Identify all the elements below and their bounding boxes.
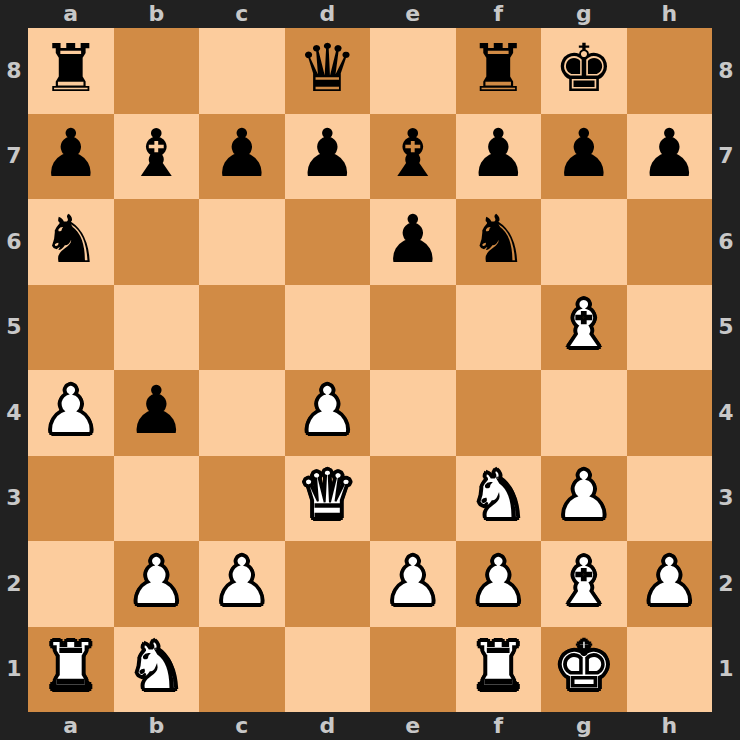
piece-black-pawn[interactable]: ♟ [127, 378, 186, 444]
square-h2[interactable]: ♟ [627, 541, 713, 627]
file-label-f: f [456, 0, 542, 28]
piece-white-knight[interactable]: ♞ [469, 463, 528, 529]
square-g3[interactable]: ♟ [541, 456, 627, 542]
file-label-e: e [370, 712, 456, 740]
square-e5[interactable] [370, 285, 456, 371]
rank-label-5: 5 [712, 285, 740, 371]
square-a3[interactable] [28, 456, 114, 542]
square-f6[interactable]: ♞ [456, 199, 542, 285]
piece-black-rook[interactable]: ♜ [469, 36, 528, 102]
square-a6[interactable]: ♞ [28, 199, 114, 285]
file-label-b: b [114, 0, 200, 28]
piece-white-pawn[interactable]: ♟ [640, 549, 699, 615]
file-label-a: a [28, 0, 114, 28]
piece-black-pawn[interactable]: ♟ [41, 121, 100, 187]
square-d2[interactable] [285, 541, 371, 627]
square-b7[interactable]: ♝ [114, 114, 200, 200]
square-d8[interactable]: ♛ [285, 28, 371, 114]
square-f4[interactable] [456, 370, 542, 456]
file-label-a: a [28, 712, 114, 740]
piece-black-pawn[interactable]: ♟ [469, 121, 528, 187]
piece-black-queen[interactable]: ♛ [298, 36, 357, 102]
square-c5[interactable] [199, 285, 285, 371]
chess-board[interactable]: ♜♛♜♚♟♝♟♟♝♟♟♟♞♟♞♝♟♟♟♛♞♟♟♟♟♟♝♟♜♞♜♚ [28, 28, 712, 712]
piece-white-pawn[interactable]: ♟ [554, 463, 613, 529]
rank-label-1: 1 [712, 627, 740, 713]
square-d5[interactable] [285, 285, 371, 371]
piece-black-pawn[interactable]: ♟ [298, 121, 357, 187]
file-label-c: c [199, 712, 285, 740]
file-label-d: d [285, 712, 371, 740]
square-a7[interactable]: ♟ [28, 114, 114, 200]
rank-label-5: 5 [0, 285, 28, 371]
square-a5[interactable] [28, 285, 114, 371]
square-g6[interactable] [541, 199, 627, 285]
square-a2[interactable] [28, 541, 114, 627]
rank-label-3: 3 [712, 456, 740, 542]
square-e3[interactable] [370, 456, 456, 542]
square-a1[interactable]: ♜ [28, 627, 114, 713]
square-d6[interactable] [285, 199, 371, 285]
square-f7[interactable]: ♟ [456, 114, 542, 200]
square-f8[interactable]: ♜ [456, 28, 542, 114]
rank-label-1: 1 [0, 627, 28, 713]
rank-label-8: 8 [712, 28, 740, 114]
square-e4[interactable] [370, 370, 456, 456]
square-h6[interactable] [627, 199, 713, 285]
piece-black-rook[interactable]: ♜ [41, 36, 100, 102]
square-g7[interactable]: ♟ [541, 114, 627, 200]
piece-black-pawn[interactable]: ♟ [383, 207, 442, 273]
square-h7[interactable]: ♟ [627, 114, 713, 200]
rank-label-7: 7 [0, 114, 28, 200]
file-label-d: d [285, 0, 371, 28]
rank-label-7: 7 [712, 114, 740, 200]
piece-black-bishop[interactable]: ♝ [383, 121, 442, 187]
square-b4[interactable]: ♟ [114, 370, 200, 456]
square-h3[interactable] [627, 456, 713, 542]
rank-label-4: 4 [0, 370, 28, 456]
square-g1[interactable]: ♚ [541, 627, 627, 713]
square-b1[interactable]: ♞ [114, 627, 200, 713]
square-h5[interactable] [627, 285, 713, 371]
square-c6[interactable] [199, 199, 285, 285]
piece-black-bishop[interactable]: ♝ [127, 121, 186, 187]
square-e7[interactable]: ♝ [370, 114, 456, 200]
piece-black-pawn[interactable]: ♟ [212, 121, 271, 187]
square-c2[interactable]: ♟ [199, 541, 285, 627]
square-c1[interactable] [199, 627, 285, 713]
square-f1[interactable]: ♜ [456, 627, 542, 713]
square-c4[interactable] [199, 370, 285, 456]
square-b8[interactable] [114, 28, 200, 114]
rank-label-2: 2 [0, 541, 28, 627]
piece-white-rook[interactable]: ♜ [41, 634, 100, 700]
rank-labels-right: 87654321 [712, 28, 740, 712]
square-h4[interactable] [627, 370, 713, 456]
square-d4[interactable]: ♟ [285, 370, 371, 456]
square-e1[interactable] [370, 627, 456, 713]
square-b6[interactable] [114, 199, 200, 285]
square-g2[interactable]: ♝ [541, 541, 627, 627]
square-b5[interactable] [114, 285, 200, 371]
rank-label-3: 3 [0, 456, 28, 542]
rank-label-8: 8 [0, 28, 28, 114]
file-label-f: f [456, 712, 542, 740]
file-label-h: h [627, 712, 713, 740]
square-f2[interactable]: ♟ [456, 541, 542, 627]
rank-label-2: 2 [712, 541, 740, 627]
piece-black-knight[interactable]: ♞ [41, 207, 100, 273]
piece-white-pawn[interactable]: ♟ [127, 549, 186, 615]
square-b2[interactable]: ♟ [114, 541, 200, 627]
square-e2[interactable]: ♟ [370, 541, 456, 627]
square-f3[interactable]: ♞ [456, 456, 542, 542]
square-c7[interactable]: ♟ [199, 114, 285, 200]
piece-black-pawn[interactable]: ♟ [640, 121, 699, 187]
square-d3[interactable]: ♛ [285, 456, 371, 542]
square-b3[interactable] [114, 456, 200, 542]
file-labels-top: abcdefgh [28, 0, 712, 28]
piece-white-pawn[interactable]: ♟ [298, 378, 357, 444]
square-e8[interactable] [370, 28, 456, 114]
square-e6[interactable]: ♟ [370, 199, 456, 285]
piece-white-knight[interactable]: ♞ [127, 634, 186, 700]
file-label-h: h [627, 0, 713, 28]
square-f5[interactable] [456, 285, 542, 371]
square-h1[interactable] [627, 627, 713, 713]
file-label-g: g [541, 0, 627, 28]
square-g8[interactable]: ♚ [541, 28, 627, 114]
piece-white-pawn[interactable]: ♟ [469, 549, 528, 615]
piece-black-king[interactable]: ♚ [554, 36, 613, 102]
chess-diagram: abcdefgh 87654321 ♜♛♜♚♟♝♟♟♝♟♟♟♞♟♞♝♟♟♟♛♞♟… [0, 0, 740, 740]
square-a8[interactable]: ♜ [28, 28, 114, 114]
piece-white-rook[interactable]: ♜ [469, 634, 528, 700]
square-h8[interactable] [627, 28, 713, 114]
piece-white-queen[interactable]: ♛ [298, 463, 357, 529]
piece-white-pawn[interactable]: ♟ [41, 378, 100, 444]
square-a4[interactable]: ♟ [28, 370, 114, 456]
piece-black-pawn[interactable]: ♟ [554, 121, 613, 187]
square-g4[interactable] [541, 370, 627, 456]
rank-label-4: 4 [712, 370, 740, 456]
file-labels-bottom: abcdefgh [28, 712, 712, 740]
rank-label-6: 6 [712, 199, 740, 285]
piece-white-pawn[interactable]: ♟ [383, 549, 442, 615]
rank-labels-left: 87654321 [0, 28, 28, 712]
square-d7[interactable]: ♟ [285, 114, 371, 200]
piece-white-bishop[interactable]: ♝ [554, 549, 613, 615]
file-label-g: g [541, 712, 627, 740]
square-c3[interactable] [199, 456, 285, 542]
piece-black-knight[interactable]: ♞ [469, 207, 528, 273]
piece-white-pawn[interactable]: ♟ [212, 549, 271, 615]
square-d1[interactable] [285, 627, 371, 713]
file-label-c: c [199, 0, 285, 28]
piece-white-king[interactable]: ♚ [554, 634, 613, 700]
rank-label-6: 6 [0, 199, 28, 285]
file-label-e: e [370, 0, 456, 28]
piece-white-bishop[interactable]: ♝ [554, 292, 613, 358]
square-g5[interactable]: ♝ [541, 285, 627, 371]
square-c8[interactable] [199, 28, 285, 114]
file-label-b: b [114, 712, 200, 740]
